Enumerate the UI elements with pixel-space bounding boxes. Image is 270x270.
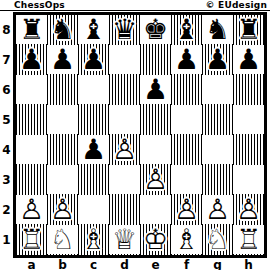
square-g4[interactable] <box>202 135 233 165</box>
credit: © EUdesign <box>206 0 267 10</box>
square-a4[interactable] <box>16 135 47 165</box>
square-b5[interactable] <box>47 105 78 135</box>
square-d3[interactable] <box>109 165 140 195</box>
square-h6[interactable] <box>233 75 264 105</box>
square-g2[interactable]: ♟♙ <box>202 195 233 225</box>
square-b4[interactable] <box>47 135 78 165</box>
square-b7[interactable]: ♟ <box>47 45 78 75</box>
square-a2[interactable]: ♟♙ <box>16 195 47 225</box>
square-d7[interactable] <box>109 45 140 75</box>
file-label-a: a <box>16 258 47 270</box>
square-f4[interactable] <box>171 135 202 165</box>
piece-black-rook[interactable]: ♜ <box>233 15 264 45</box>
square-a1[interactable]: ♜♖ <box>16 225 47 255</box>
piece-white-pawn-outline: ♙ <box>202 195 233 225</box>
square-a7[interactable]: ♟ <box>16 45 47 75</box>
piece-white-bishop-outline: ♗ <box>171 225 202 255</box>
square-d1[interactable]: ♛♕ <box>109 225 140 255</box>
square-h8[interactable]: ♜ <box>233 15 264 45</box>
rank-label-1: 1 <box>0 225 13 255</box>
square-g6[interactable] <box>202 75 233 105</box>
file-label-c: c <box>78 258 109 270</box>
square-g7[interactable]: ♟ <box>202 45 233 75</box>
piece-black-knight[interactable]: ♞ <box>202 15 233 45</box>
square-h3[interactable] <box>233 165 264 195</box>
square-c8[interactable]: ♝ <box>78 15 109 45</box>
square-e7[interactable] <box>140 45 171 75</box>
file-label-h: h <box>233 258 264 270</box>
piece-white-pawn-outline: ♙ <box>16 195 47 225</box>
square-f5[interactable] <box>171 105 202 135</box>
piece-white-pawn-outline: ♙ <box>47 195 78 225</box>
square-f1[interactable]: ♝♗ <box>171 225 202 255</box>
file-label-f: f <box>171 258 202 270</box>
square-d4[interactable]: ♟♙ <box>109 135 140 165</box>
piece-white-pawn-outline: ♙ <box>140 165 171 195</box>
piece-white-knight-outline: ♘ <box>47 225 78 255</box>
piece-black-pawn[interactable]: ♟ <box>78 135 109 165</box>
square-h1[interactable]: ♜♖ <box>233 225 264 255</box>
piece-black-pawn[interactable]: ♟ <box>171 45 202 75</box>
square-f2[interactable]: ♟♙ <box>171 195 202 225</box>
square-f6[interactable] <box>171 75 202 105</box>
square-b2[interactable]: ♟♙ <box>47 195 78 225</box>
piece-white-pawn-outline: ♙ <box>109 135 140 165</box>
square-h4[interactable] <box>233 135 264 165</box>
square-c3[interactable] <box>78 165 109 195</box>
square-f3[interactable] <box>171 165 202 195</box>
piece-black-bishop[interactable]: ♝ <box>171 15 202 45</box>
square-e4[interactable] <box>140 135 171 165</box>
square-f8[interactable]: ♝ <box>171 15 202 45</box>
square-g3[interactable] <box>202 165 233 195</box>
rank-label-7: 7 <box>0 45 13 75</box>
square-a8[interactable]: ♜ <box>16 15 47 45</box>
square-c6[interactable] <box>78 75 109 105</box>
piece-white-pawn-outline: ♙ <box>233 195 264 225</box>
square-h5[interactable] <box>233 105 264 135</box>
square-d8[interactable]: ♛ <box>109 15 140 45</box>
piece-black-bishop[interactable]: ♝ <box>78 15 109 45</box>
square-e5[interactable] <box>140 105 171 135</box>
file-label-b: b <box>47 258 78 270</box>
square-b1[interactable]: ♞♘ <box>47 225 78 255</box>
piece-black-pawn[interactable]: ♟ <box>16 45 47 75</box>
piece-black-pawn[interactable]: ♟ <box>202 45 233 75</box>
square-a3[interactable] <box>16 165 47 195</box>
piece-white-bishop-outline: ♗ <box>78 225 109 255</box>
square-f7[interactable]: ♟ <box>171 45 202 75</box>
file-label-d: d <box>109 258 140 270</box>
square-d5[interactable] <box>109 105 140 135</box>
title-bar: ChessOps © EUdesign <box>0 0 270 11</box>
file-label-e: e <box>140 258 171 270</box>
rank-label-5: 5 <box>0 105 13 135</box>
rank-label-3: 3 <box>0 165 13 195</box>
chessops-window: ChessOps © EUdesign 87654321 ♜♞♝♛♚♝♞♜♟♟♟… <box>0 0 270 270</box>
piece-black-queen[interactable]: ♛ <box>109 15 140 45</box>
square-c7[interactable]: ♟ <box>78 45 109 75</box>
piece-black-pawn[interactable]: ♟ <box>140 75 171 105</box>
square-h2[interactable]: ♟♙ <box>233 195 264 225</box>
piece-black-pawn[interactable]: ♟ <box>47 45 78 75</box>
square-g1[interactable]: ♞♘ <box>202 225 233 255</box>
square-d6[interactable] <box>109 75 140 105</box>
piece-white-knight-outline: ♘ <box>202 225 233 255</box>
piece-white-king-outline: ♔ <box>140 225 171 255</box>
piece-white-rook-outline: ♖ <box>233 225 264 255</box>
square-g5[interactable] <box>202 105 233 135</box>
file-labels: abcdefgh <box>16 258 270 270</box>
rank-label-6: 6 <box>0 75 13 105</box>
square-a5[interactable] <box>16 105 47 135</box>
square-b3[interactable] <box>47 165 78 195</box>
square-b6[interactable] <box>47 75 78 105</box>
square-b8[interactable]: ♞ <box>47 15 78 45</box>
square-c5[interactable] <box>78 105 109 135</box>
square-c2[interactable] <box>78 195 109 225</box>
square-g8[interactable]: ♞ <box>202 15 233 45</box>
piece-black-king[interactable]: ♚ <box>140 15 171 45</box>
app-title: ChessOps <box>14 0 65 10</box>
piece-white-rook-outline: ♖ <box>16 225 47 255</box>
piece-black-pawn[interactable]: ♟ <box>78 45 109 75</box>
piece-black-knight[interactable]: ♞ <box>47 15 78 45</box>
square-e6[interactable]: ♟ <box>140 75 171 105</box>
rank-label-8: 8 <box>0 15 13 45</box>
square-c4[interactable]: ♟ <box>78 135 109 165</box>
square-e8[interactable]: ♚ <box>140 15 171 45</box>
rank-label-2: 2 <box>0 195 13 225</box>
square-e1[interactable]: ♚♔ <box>140 225 171 255</box>
piece-white-pawn-outline: ♙ <box>171 195 202 225</box>
rank-label-4: 4 <box>0 135 13 165</box>
square-a6[interactable] <box>16 75 47 105</box>
piece-black-pawn[interactable]: ♟ <box>233 45 264 75</box>
rank-labels: 87654321 <box>0 15 13 258</box>
chess-board: ♜♞♝♛♚♝♞♜♟♟♟♟♟♟♟♟♟♙♟♙♟♙♟♙♟♙♟♙♟♙♜♖♞♘♝♗♛♕♚♔… <box>13 12 267 258</box>
piece-black-rook[interactable]: ♜ <box>16 15 47 45</box>
square-h7[interactable]: ♟ <box>233 45 264 75</box>
square-d2[interactable] <box>109 195 140 225</box>
piece-white-queen-outline: ♕ <box>109 225 140 255</box>
file-label-g: g <box>202 258 233 270</box>
board-area: 87654321 ♜♞♝♛♚♝♞♜♟♟♟♟♟♟♟♟♟♙♟♙♟♙♟♙♟♙♟♙♟♙♜… <box>0 12 270 258</box>
square-e2[interactable] <box>140 195 171 225</box>
square-e3[interactable]: ♟♙ <box>140 165 171 195</box>
square-c1[interactable]: ♝♗ <box>78 225 109 255</box>
